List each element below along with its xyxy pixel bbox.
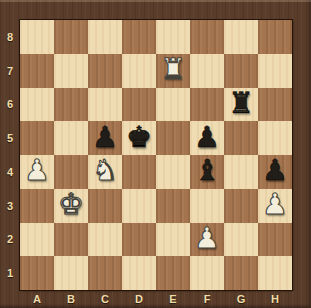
square-c4[interactable]: ♞ — [88, 155, 122, 189]
square-h5[interactable] — [258, 121, 292, 155]
square-f7[interactable] — [190, 54, 224, 88]
file-label-b: B — [54, 290, 88, 308]
rank-label-6: 6 — [0, 88, 20, 122]
square-f2[interactable]: ♟ — [190, 223, 224, 257]
square-g6[interactable]: ♜ — [224, 88, 258, 122]
square-b5[interactable] — [54, 121, 88, 155]
white-pawn-a4[interactable]: ♟ — [24, 156, 50, 185]
square-d4[interactable] — [122, 155, 156, 189]
square-d6[interactable] — [122, 88, 156, 122]
square-e7[interactable]: ♜ — [156, 54, 190, 88]
square-h8[interactable] — [258, 20, 292, 54]
square-f6[interactable] — [190, 88, 224, 122]
file-label-e: E — [156, 290, 190, 308]
square-a5[interactable] — [20, 121, 54, 155]
rank-label-4: 4 — [0, 155, 20, 189]
rank-label-3: 3 — [0, 189, 20, 223]
square-c1[interactable] — [88, 256, 122, 290]
square-a8[interactable] — [20, 20, 54, 54]
square-e1[interactable] — [156, 256, 190, 290]
black-pawn-h4[interactable]: ♟ — [262, 156, 288, 185]
black-pawn-c5[interactable]: ♟ — [92, 123, 118, 152]
square-d7[interactable] — [122, 54, 156, 88]
square-b4[interactable] — [54, 155, 88, 189]
square-a7[interactable] — [20, 54, 54, 88]
square-e2[interactable] — [156, 223, 190, 257]
file-label-a: A — [20, 290, 54, 308]
file-label-h: H — [258, 290, 292, 308]
square-b1[interactable] — [54, 256, 88, 290]
rank-label-5: 5 — [0, 121, 20, 155]
square-c5[interactable]: ♟ — [88, 121, 122, 155]
square-g5[interactable] — [224, 121, 258, 155]
file-labels: ABCDEFGH — [20, 290, 292, 308]
square-f4[interactable]: ♝ — [190, 155, 224, 189]
square-d8[interactable] — [122, 20, 156, 54]
square-a2[interactable] — [20, 223, 54, 257]
square-c6[interactable] — [88, 88, 122, 122]
white-king-b3[interactable]: ♚ — [58, 190, 84, 219]
file-label-g: G — [224, 290, 258, 308]
square-g2[interactable] — [224, 223, 258, 257]
square-b3[interactable]: ♚ — [54, 189, 88, 223]
file-label-c: C — [88, 290, 122, 308]
square-a4[interactable]: ♟ — [20, 155, 54, 189]
square-g3[interactable] — [224, 189, 258, 223]
square-d3[interactable] — [122, 189, 156, 223]
square-a6[interactable] — [20, 88, 54, 122]
square-f5[interactable]: ♟ — [190, 121, 224, 155]
white-rook-e7[interactable]: ♜ — [160, 55, 186, 84]
square-g4[interactable] — [224, 155, 258, 189]
file-label-d: D — [122, 290, 156, 308]
black-rook-g6[interactable]: ♜ — [228, 89, 254, 118]
square-d5[interactable]: ♚ — [122, 121, 156, 155]
square-g7[interactable] — [224, 54, 258, 88]
square-h3[interactable]: ♟ — [258, 189, 292, 223]
rank-label-1: 1 — [0, 256, 20, 290]
square-b2[interactable] — [54, 223, 88, 257]
square-e6[interactable] — [156, 88, 190, 122]
square-d1[interactable] — [122, 256, 156, 290]
square-c7[interactable] — [88, 54, 122, 88]
black-pawn-f5[interactable]: ♟ — [194, 123, 220, 152]
square-a3[interactable] — [20, 189, 54, 223]
white-pawn-h3[interactable]: ♟ — [262, 190, 288, 219]
square-b8[interactable] — [54, 20, 88, 54]
black-king-d5[interactable]: ♚ — [126, 123, 152, 152]
square-b6[interactable] — [54, 88, 88, 122]
square-h4[interactable]: ♟ — [258, 155, 292, 189]
square-h2[interactable] — [258, 223, 292, 257]
square-e5[interactable] — [156, 121, 190, 155]
rank-label-7: 7 — [0, 54, 20, 88]
square-e8[interactable] — [156, 20, 190, 54]
square-a1[interactable] — [20, 256, 54, 290]
black-bishop-f4[interactable]: ♝ — [194, 156, 220, 185]
square-h6[interactable] — [258, 88, 292, 122]
chessboard-frame: 87654321 ♜♜♟♚♟♟♞♝♟♚♟♟ ABCDEFGH — [0, 0, 311, 308]
square-d2[interactable] — [122, 223, 156, 257]
square-f8[interactable] — [190, 20, 224, 54]
square-g1[interactable] — [224, 256, 258, 290]
square-e4[interactable] — [156, 155, 190, 189]
square-b7[interactable] — [54, 54, 88, 88]
square-g8[interactable] — [224, 20, 258, 54]
file-label-f: F — [190, 290, 224, 308]
rank-label-2: 2 — [0, 223, 20, 257]
white-pawn-f2[interactable]: ♟ — [194, 224, 220, 253]
rank-labels: 87654321 — [0, 20, 20, 290]
square-e3[interactable] — [156, 189, 190, 223]
rank-label-8: 8 — [0, 20, 20, 54]
board[interactable]: ♜♜♟♚♟♟♞♝♟♚♟♟ — [20, 20, 292, 290]
square-h7[interactable] — [258, 54, 292, 88]
square-c3[interactable] — [88, 189, 122, 223]
square-h1[interactable] — [258, 256, 292, 290]
square-f1[interactable] — [190, 256, 224, 290]
square-f3[interactable] — [190, 189, 224, 223]
square-c8[interactable] — [88, 20, 122, 54]
white-knight-c4[interactable]: ♞ — [92, 156, 118, 185]
square-c2[interactable] — [88, 223, 122, 257]
